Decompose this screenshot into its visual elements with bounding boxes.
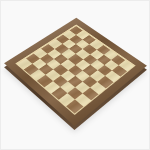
product-photo (0, 0, 150, 150)
playing-field (18, 26, 134, 113)
chess-board (4, 18, 147, 126)
maple-inlay-line (15, 24, 135, 115)
